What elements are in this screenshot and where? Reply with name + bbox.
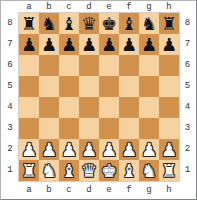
square-g8[interactable]: ♞: [139, 13, 159, 34]
square-e4[interactable]: [99, 97, 119, 118]
square-b4[interactable]: [39, 97, 59, 118]
file-label-a: a: [19, 186, 39, 195]
square-c3[interactable]: [59, 118, 79, 139]
file-label-g: g: [139, 186, 159, 195]
piece-white-bishop[interactable]: ♝: [121, 160, 137, 181]
square-b8[interactable]: ♞: [39, 13, 59, 34]
piece-black-pawn[interactable]: ♟: [41, 34, 57, 55]
file-label-b: b: [39, 186, 59, 195]
rank-labels-left: 87654321: [1, 13, 19, 181]
piece-black-knight[interactable]: ♞: [141, 13, 157, 34]
square-f4[interactable]: [119, 97, 139, 118]
piece-white-pawn[interactable]: ♟: [161, 139, 177, 160]
piece-black-rook[interactable]: ♜: [161, 13, 177, 34]
piece-black-pawn[interactable]: ♟: [141, 34, 157, 55]
rank-label-5: 5: [7, 82, 12, 91]
piece-black-knight[interactable]: ♞: [41, 13, 57, 34]
piece-white-rook[interactable]: ♜: [161, 160, 177, 181]
square-g2[interactable]: ♟: [139, 139, 159, 160]
square-b5[interactable]: [39, 76, 59, 97]
square-g5[interactable]: [139, 76, 159, 97]
piece-white-knight[interactable]: ♞: [141, 160, 157, 181]
square-g3[interactable]: [139, 118, 159, 139]
file-label-f: f: [119, 3, 139, 12]
piece-white-pawn[interactable]: ♟: [61, 139, 77, 160]
square-h2[interactable]: ♟: [159, 139, 179, 160]
piece-white-pawn[interactable]: ♟: [41, 139, 57, 160]
rank-label-6: 6: [185, 61, 190, 70]
square-f5[interactable]: [119, 76, 139, 97]
piece-black-rook[interactable]: ♜: [21, 13, 37, 34]
square-c8[interactable]: ♝: [59, 13, 79, 34]
file-label-f: f: [119, 186, 139, 195]
square-e3[interactable]: [99, 118, 119, 139]
piece-black-pawn[interactable]: ♟: [121, 34, 137, 55]
square-a7[interactable]: ♟: [19, 34, 39, 55]
rank-labels-right: 87654321: [179, 13, 196, 181]
square-c4[interactable]: [59, 97, 79, 118]
file-label-b: b: [39, 3, 59, 12]
piece-white-pawn[interactable]: ♟: [141, 139, 157, 160]
chess-diagram: abcdefgh 87654321 ♜♞♝♛♚♝♞♜♟♟♟♟♟♟♟♟♟♟♟♟♟♟…: [0, 0, 197, 200]
square-f3[interactable]: [119, 118, 139, 139]
piece-black-pawn[interactable]: ♟: [101, 34, 117, 55]
square-e1[interactable]: ♚: [99, 160, 119, 181]
file-label-d: d: [79, 3, 99, 12]
piece-black-bishop[interactable]: ♝: [61, 13, 77, 34]
file-label-e: e: [99, 3, 119, 12]
file-label-a: a: [19, 3, 39, 12]
rank-label-8: 8: [7, 19, 12, 28]
chess-board: ♜♞♝♛♚♝♞♜♟♟♟♟♟♟♟♟♟♟♟♟♟♟♟♟♜♞♝♛♚♝♞♜: [19, 13, 179, 181]
rank-label-7: 7: [185, 40, 190, 49]
square-d3[interactable]: [79, 118, 99, 139]
square-b3[interactable]: [39, 118, 59, 139]
rank-label-4: 4: [7, 103, 12, 112]
piece-black-pawn[interactable]: ♟: [161, 34, 177, 55]
file-label-c: c: [59, 3, 79, 12]
rank-label-1: 1: [7, 166, 12, 175]
file-label-e: e: [99, 186, 119, 195]
square-f7[interactable]: ♟: [119, 34, 139, 55]
square-c5[interactable]: [59, 76, 79, 97]
square-c6[interactable]: [59, 55, 79, 76]
square-b6[interactable]: [39, 55, 59, 76]
rank-label-4: 4: [185, 103, 190, 112]
square-d1[interactable]: ♛: [79, 160, 99, 181]
square-b2[interactable]: ♟: [39, 139, 59, 160]
square-e5[interactable]: [99, 76, 119, 97]
square-e8[interactable]: ♚: [99, 13, 119, 34]
piece-white-pawn[interactable]: ♟: [81, 139, 97, 160]
file-labels-top: abcdefgh: [19, 1, 179, 13]
square-d6[interactable]: [79, 55, 99, 76]
square-a3[interactable]: [19, 118, 39, 139]
rank-label-7: 7: [7, 40, 12, 49]
square-a8[interactable]: ♜: [19, 13, 39, 34]
file-label-g: g: [139, 3, 159, 12]
rank-label-3: 3: [7, 124, 12, 133]
square-a4[interactable]: [19, 97, 39, 118]
square-h4[interactable]: [159, 97, 179, 118]
file-label-d: d: [79, 186, 99, 195]
square-d2[interactable]: ♟: [79, 139, 99, 160]
square-b7[interactable]: ♟: [39, 34, 59, 55]
square-a5[interactable]: [19, 76, 39, 97]
piece-black-bishop[interactable]: ♝: [121, 13, 137, 34]
square-d7[interactable]: ♟: [79, 34, 99, 55]
piece-black-queen[interactable]: ♛: [81, 13, 97, 34]
square-f8[interactable]: ♝: [119, 13, 139, 34]
square-g4[interactable]: [139, 97, 159, 118]
piece-white-bishop[interactable]: ♝: [61, 160, 77, 181]
file-label-h: h: [159, 3, 179, 12]
square-g7[interactable]: ♟: [139, 34, 159, 55]
piece-black-pawn[interactable]: ♟: [81, 34, 97, 55]
rank-label-3: 3: [185, 124, 190, 133]
square-h5[interactable]: [159, 76, 179, 97]
square-a2[interactable]: ♟: [19, 139, 39, 160]
square-c1[interactable]: ♝: [59, 160, 79, 181]
file-labels-bottom: abcdefgh: [19, 181, 179, 199]
rank-label-2: 2: [185, 145, 190, 154]
piece-black-pawn[interactable]: ♟: [21, 34, 37, 55]
rank-label-2: 2: [7, 145, 12, 154]
square-d4[interactable]: [79, 97, 99, 118]
square-a6[interactable]: [19, 55, 39, 76]
square-h1[interactable]: ♜: [159, 160, 179, 181]
square-e6[interactable]: [99, 55, 119, 76]
square-f6[interactable]: [119, 55, 139, 76]
square-g1[interactable]: ♞: [139, 160, 159, 181]
rank-label-6: 6: [7, 61, 12, 70]
square-h3[interactable]: [159, 118, 179, 139]
piece-white-queen[interactable]: ♛: [81, 160, 97, 181]
rank-label-1: 1: [185, 166, 190, 175]
square-h7[interactable]: ♟: [159, 34, 179, 55]
square-h6[interactable]: [159, 55, 179, 76]
piece-white-rook[interactable]: ♜: [21, 160, 37, 181]
piece-black-king[interactable]: ♚: [101, 13, 117, 34]
square-c7[interactable]: ♟: [59, 34, 79, 55]
piece-white-pawn[interactable]: ♟: [21, 139, 37, 160]
square-d5[interactable]: [79, 76, 99, 97]
piece-white-knight[interactable]: ♞: [41, 160, 57, 181]
piece-white-king[interactable]: ♚: [101, 160, 117, 181]
square-d8[interactable]: ♛: [79, 13, 99, 34]
square-e2[interactable]: ♟: [99, 139, 119, 160]
square-e7[interactable]: ♟: [99, 34, 119, 55]
rank-label-8: 8: [185, 19, 190, 28]
square-g6[interactable]: [139, 55, 159, 76]
piece-black-pawn[interactable]: ♟: [61, 34, 77, 55]
rank-label-5: 5: [185, 82, 190, 91]
file-label-c: c: [59, 186, 79, 195]
square-h8[interactable]: ♜: [159, 13, 179, 34]
square-c2[interactable]: ♟: [59, 139, 79, 160]
square-b1[interactable]: ♞: [39, 160, 59, 181]
piece-white-pawn[interactable]: ♟: [101, 139, 117, 160]
square-f2[interactable]: ♟: [119, 139, 139, 160]
square-a1[interactable]: ♜: [19, 160, 39, 181]
square-f1[interactable]: ♝: [119, 160, 139, 181]
piece-white-pawn[interactable]: ♟: [121, 139, 137, 160]
file-label-h: h: [159, 186, 179, 195]
